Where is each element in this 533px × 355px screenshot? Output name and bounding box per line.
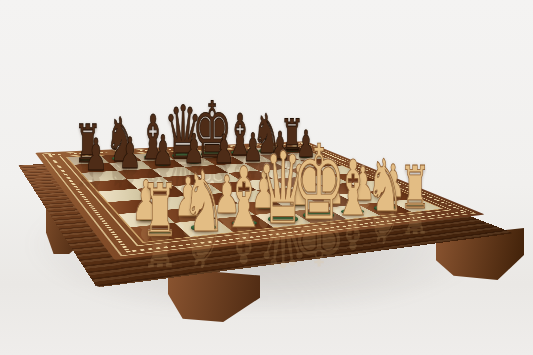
white-rook-icon: ♜ <box>398 158 432 217</box>
scene: ♜♜♞♞♝♝♛♛♚♚♝♝♞♞♜♜♟♟♟♟♟♟♟♟♟♟♟♟♟♟♟♟♟♟♟♟♟♟♟♟… <box>0 0 533 355</box>
black-pawn-icon: ♟ <box>151 130 175 172</box>
white-rook-icon: ♜ <box>139 174 181 247</box>
black-pawn-icon: ♟ <box>83 132 109 176</box>
